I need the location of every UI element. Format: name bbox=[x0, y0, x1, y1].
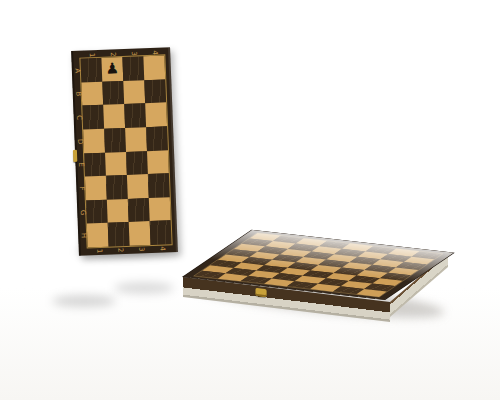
fb-square-b4[interactable] bbox=[144, 79, 166, 103]
fb-square-b2[interactable] bbox=[102, 81, 124, 105]
fb-square-c4[interactable] bbox=[145, 103, 167, 127]
fb-square-g2[interactable] bbox=[107, 199, 129, 223]
fb-square-f1[interactable] bbox=[85, 176, 107, 200]
fb-label-left-C: C bbox=[75, 115, 82, 120]
fb-label-top-2: 2 bbox=[108, 52, 115, 57]
pawn-logo-icon: ♟ bbox=[105, 61, 119, 77]
fb-square-a1[interactable] bbox=[80, 58, 102, 82]
fb-label-bottom-1: 1 bbox=[95, 248, 102, 253]
fb-label-left-A: A bbox=[73, 68, 80, 73]
fb-square-h1[interactable] bbox=[87, 223, 109, 247]
fb-square-b3[interactable] bbox=[123, 80, 145, 104]
chess-set-photo: ♟ 12341234ABCDEFGH bbox=[0, 0, 500, 400]
fb-label-left-B: B bbox=[74, 92, 81, 97]
fb-label-bottom-4: 4 bbox=[158, 246, 165, 251]
fb-label-bottom-3: 3 bbox=[137, 247, 144, 252]
fb-square-e3[interactable] bbox=[126, 151, 148, 175]
fb-square-a2[interactable]: ♟ bbox=[101, 57, 123, 81]
fb-square-g4[interactable] bbox=[149, 197, 171, 221]
folded-board-clasp-icon bbox=[73, 150, 77, 162]
fb-label-top-4: 4 bbox=[150, 50, 157, 55]
fb-square-f2[interactable] bbox=[106, 175, 128, 199]
fb-square-b1[interactable] bbox=[81, 81, 103, 105]
fb-label-left-G: G bbox=[78, 209, 85, 215]
fb-square-h4[interactable] bbox=[150, 221, 172, 245]
fb-square-f3[interactable] bbox=[127, 174, 149, 198]
fb-label-bottom-2: 2 bbox=[116, 247, 123, 252]
fb-square-h3[interactable] bbox=[129, 221, 151, 245]
fb-square-h2[interactable] bbox=[108, 222, 130, 246]
fb-square-e2[interactable] bbox=[105, 151, 127, 175]
fb-square-a4[interactable] bbox=[143, 55, 165, 79]
fb-square-d1[interactable] bbox=[83, 129, 105, 153]
fb-square-d2[interactable] bbox=[104, 128, 126, 152]
fb-label-left-H: H bbox=[79, 233, 86, 239]
fb-square-a3[interactable] bbox=[122, 56, 144, 80]
fb-square-e4[interactable] bbox=[147, 150, 169, 174]
fb-label-top-3: 3 bbox=[129, 51, 136, 56]
main-board-latch-icon bbox=[255, 288, 266, 297]
fb-square-g1[interactable] bbox=[86, 199, 108, 223]
fb-label-left-F: F bbox=[77, 186, 84, 190]
fb-square-c1[interactable] bbox=[82, 105, 104, 129]
fb-label-top-1: 1 bbox=[87, 52, 94, 57]
fb-label-left-E: E bbox=[76, 163, 83, 168]
fb-square-f4[interactable] bbox=[148, 173, 170, 197]
fb-square-c3[interactable] bbox=[124, 103, 146, 127]
fb-square-d3[interactable] bbox=[125, 127, 147, 151]
folded-board: ♟ 12341234ABCDEFGH bbox=[71, 47, 178, 256]
fb-square-g3[interactable] bbox=[128, 198, 150, 222]
fb-square-e1[interactable] bbox=[84, 152, 106, 176]
dark-checkers-shadow bbox=[52, 295, 116, 307]
fb-square-d4[interactable] bbox=[146, 126, 168, 150]
fb-label-left-D: D bbox=[75, 139, 82, 145]
square-h1[interactable] bbox=[356, 289, 387, 297]
folded-board-grid: ♟ bbox=[80, 55, 171, 247]
light-checkers-shadow bbox=[114, 282, 174, 294]
fb-square-c2[interactable] bbox=[103, 104, 125, 128]
